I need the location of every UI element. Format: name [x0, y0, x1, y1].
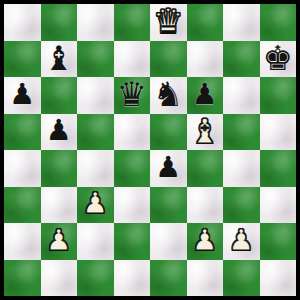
square-a7[interactable]: [4, 41, 41, 78]
square-c2[interactable]: [77, 223, 114, 260]
square-d3[interactable]: [114, 187, 151, 224]
square-f4[interactable]: [187, 150, 224, 187]
square-h5[interactable]: [260, 114, 297, 151]
white-pawn[interactable]: ♟: [46, 226, 72, 255]
square-d6[interactable]: ♛: [114, 77, 151, 114]
square-h7[interactable]: ♚: [260, 41, 297, 78]
square-e5[interactable]: [150, 114, 187, 151]
square-d4[interactable]: [114, 150, 151, 187]
square-b5[interactable]: ♟: [41, 114, 78, 151]
square-a2[interactable]: [4, 223, 41, 260]
square-f5[interactable]: ♝: [187, 114, 224, 151]
square-c3[interactable]: ♟: [77, 187, 114, 224]
square-e1[interactable]: [150, 260, 187, 297]
square-a8[interactable]: [4, 4, 41, 41]
square-f3[interactable]: [187, 187, 224, 224]
square-h2[interactable]: [260, 223, 297, 260]
square-f1[interactable]: [187, 260, 224, 297]
square-d2[interactable]: [114, 223, 151, 260]
square-d1[interactable]: [114, 260, 151, 297]
square-g1[interactable]: [223, 260, 260, 297]
square-g6[interactable]: [223, 77, 260, 114]
square-d7[interactable]: [114, 41, 151, 78]
square-d5[interactable]: [114, 114, 151, 151]
square-f2[interactable]: ♟: [187, 223, 224, 260]
square-b7[interactable]: ♝: [41, 41, 78, 78]
square-a3[interactable]: [4, 187, 41, 224]
square-e7[interactable]: [150, 41, 187, 78]
square-g8[interactable]: [223, 4, 260, 41]
square-e6[interactable]: ♞: [150, 77, 187, 114]
square-b1[interactable]: [41, 260, 78, 297]
square-c7[interactable]: [77, 41, 114, 78]
square-f6[interactable]: ♟: [187, 77, 224, 114]
square-a4[interactable]: [4, 150, 41, 187]
square-c4[interactable]: [77, 150, 114, 187]
white-pawn[interactable]: ♟: [82, 189, 108, 218]
board-frame: ♛♝♚♟♛♞♟♟♝♟♟♟♟♟: [0, 0, 300, 300]
square-h8[interactable]: [260, 4, 297, 41]
square-a5[interactable]: [4, 114, 41, 151]
black-pawn[interactable]: ♟: [46, 116, 72, 145]
square-e8[interactable]: ♛: [150, 4, 187, 41]
square-e4[interactable]: ♟: [150, 150, 187, 187]
square-b4[interactable]: [41, 150, 78, 187]
square-g4[interactable]: [223, 150, 260, 187]
black-knight[interactable]: ♞: [153, 77, 183, 111]
square-a6[interactable]: ♟: [4, 77, 41, 114]
white-bishop[interactable]: ♝: [190, 114, 220, 148]
black-pawn[interactable]: ♟: [9, 80, 35, 109]
square-b8[interactable]: [41, 4, 78, 41]
chess-board: ♛♝♚♟♛♞♟♟♝♟♟♟♟♟: [4, 4, 296, 296]
square-g5[interactable]: [223, 114, 260, 151]
square-b6[interactable]: [41, 77, 78, 114]
black-king[interactable]: ♚: [263, 41, 293, 75]
black-pawn[interactable]: ♟: [155, 153, 181, 182]
square-b2[interactable]: ♟: [41, 223, 78, 260]
square-g7[interactable]: [223, 41, 260, 78]
black-queen[interactable]: ♛: [117, 77, 147, 111]
square-g3[interactable]: [223, 187, 260, 224]
square-c1[interactable]: [77, 260, 114, 297]
square-c6[interactable]: [77, 77, 114, 114]
square-c5[interactable]: [77, 114, 114, 151]
black-pawn[interactable]: ♟: [192, 80, 218, 109]
square-g2[interactable]: ♟: [223, 223, 260, 260]
square-d8[interactable]: [114, 4, 151, 41]
square-e3[interactable]: [150, 187, 187, 224]
square-c8[interactable]: [77, 4, 114, 41]
white-pawn[interactable]: ♟: [228, 226, 254, 255]
square-b3[interactable]: [41, 187, 78, 224]
black-bishop[interactable]: ♝: [44, 41, 74, 75]
square-h6[interactable]: [260, 77, 297, 114]
white-pawn[interactable]: ♟: [192, 226, 218, 255]
square-f8[interactable]: [187, 4, 224, 41]
square-h1[interactable]: [260, 260, 297, 297]
white-queen[interactable]: ♛: [153, 4, 183, 38]
square-h3[interactable]: [260, 187, 297, 224]
square-f7[interactable]: [187, 41, 224, 78]
square-a1[interactable]: [4, 260, 41, 297]
square-h4[interactable]: [260, 150, 297, 187]
square-e2[interactable]: [150, 223, 187, 260]
